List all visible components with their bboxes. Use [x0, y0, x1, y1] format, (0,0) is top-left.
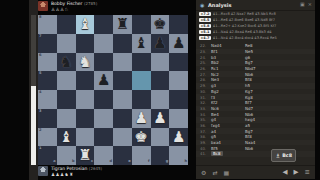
square-h3[interactable]	[169, 109, 188, 128]
piece-black-king[interactable]: ♚	[151, 15, 170, 34]
piece-white-pawn[interactable]: ♟	[151, 109, 170, 128]
toolbar-right-group: ◀▶≡	[283, 169, 310, 176]
square-b1[interactable]: b	[57, 146, 76, 165]
piece-white-rook[interactable]: ♜	[76, 146, 95, 165]
move-number: 37.	[200, 129, 211, 134]
black-move[interactable]: Nbd7	[245, 66, 279, 71]
white-move[interactable]: f3	[211, 95, 245, 100]
coordinate-file-a: a	[53, 160, 55, 164]
toolbar-left-group: ⚙⇄▦	[201, 170, 229, 176]
square-d7[interactable]	[94, 34, 113, 53]
square-e1[interactable]: e	[113, 146, 132, 165]
square-b8[interactable]	[57, 15, 76, 34]
square-c2[interactable]	[76, 128, 95, 147]
coordinate-file-f: f	[148, 160, 150, 164]
coordinate-rank-1: 1	[39, 147, 42, 151]
black-move[interactable]: g6	[245, 55, 279, 60]
square-g2[interactable]	[151, 128, 170, 147]
black-move[interactable]: Nb6	[245, 112, 279, 117]
square-f8[interactable]	[132, 15, 151, 34]
white-move[interactable]: g4	[211, 117, 245, 122]
square-h5[interactable]	[169, 71, 188, 90]
square-a1[interactable]: 1a	[38, 146, 57, 165]
engine-line-5[interactable]: +4.741...Nc4 42.Bxc4 dxc4 43.Rxc4 Re5	[196, 35, 315, 41]
bottom-player-rating: (2645)	[89, 166, 102, 171]
tooltip-label: Bc8	[282, 153, 292, 158]
white-move[interactable]: g3	[211, 83, 245, 88]
square-e8[interactable]: ♜	[113, 15, 132, 34]
prev-move-icon[interactable]: ◀	[283, 169, 288, 176]
square-c4[interactable]	[76, 90, 95, 109]
white-move[interactable]: Kf2	[211, 100, 245, 105]
principal-variation: 41...Re6 42.Bxe6 Bxe6 43.Nd8 Bf7	[213, 18, 312, 22]
bottom-player-name-text: Tigran Petrosian	[51, 166, 87, 171]
square-h8[interactable]	[169, 15, 188, 34]
square-f5[interactable]	[132, 71, 151, 90]
white-move[interactable]: g5	[211, 134, 245, 139]
black-move[interactable]: Bg7	[245, 60, 279, 65]
sidebar-header: ◉ Analysis ▣×	[196, 0, 315, 11]
piece-black-rook[interactable]: ♜	[113, 15, 132, 34]
eval-badge: +5.1	[199, 30, 211, 35]
coordinate-rank-8: 8	[39, 16, 42, 20]
square-b3[interactable]	[57, 109, 76, 128]
move-number: 31.	[200, 95, 211, 100]
square-c6[interactable]: ♞	[76, 53, 95, 72]
square-g3[interactable]: ♟	[151, 109, 170, 128]
square-d3[interactable]	[94, 109, 113, 128]
square-h1[interactable]: h	[169, 146, 188, 165]
evaluation-bar	[31, 15, 36, 165]
move-number: 32.	[200, 100, 211, 105]
square-d8[interactable]	[94, 15, 113, 34]
piece-white-bishop[interactable]: ♝	[57, 128, 76, 147]
chess-board[interactable]: 8♝♜♚7♝♟♟6♞♞5♟43♟♟2♝♚♟1abc♜defgh	[38, 15, 188, 165]
move-number: 35.	[200, 117, 211, 122]
white-move[interactable]: a4	[211, 129, 245, 134]
square-g5[interactable]	[151, 71, 170, 90]
white-move[interactable]: Rc1	[211, 66, 245, 71]
white-move[interactable]: Nc6	[211, 106, 245, 111]
sidebar-toolbar: ⚙⇄▦ ◀▶≡	[196, 165, 315, 179]
square-f1[interactable]: f	[132, 146, 151, 165]
bottom-player-avatar[interactable]	[38, 166, 48, 176]
next-move-icon[interactable]: ▶	[294, 169, 299, 176]
white-move[interactable]: Nxd4	[211, 43, 245, 48]
square-h6[interactable]	[169, 53, 188, 72]
square-b2[interactable]: ♝	[57, 128, 76, 147]
sidebar-header-icons: ▣×	[300, 2, 312, 7]
chess-analysis-app: Bobby Fischer (2785) ♙♙♙♘ 8♝♜♚7♝♟♟6♞♞5♟4…	[0, 0, 320, 180]
move-tooltip: ♗ Bc8	[271, 149, 296, 162]
analysis-icon: ◉	[200, 3, 204, 8]
eval-badge: +7.2	[199, 12, 211, 17]
principal-variation: 41...Rxc8 42.Nxa7 Re8 43.Nb5 Rc8	[213, 12, 312, 16]
move-number: 26.	[200, 66, 211, 71]
piece-white-knight[interactable]: ♞	[76, 53, 95, 72]
evaluation-bar-white-portion	[31, 86, 36, 166]
square-f6[interactable]	[132, 53, 151, 72]
square-c8[interactable]: ♝	[76, 15, 95, 34]
square-g1[interactable]: g	[151, 146, 170, 165]
piece-black-knight[interactable]: ♞	[57, 53, 76, 72]
white-move[interactable]: bxa4	[211, 140, 245, 145]
white-move[interactable]: Ne3	[211, 77, 245, 82]
eval-badge: +5.8	[199, 24, 211, 29]
coordinate-rank-4: 4	[39, 91, 42, 95]
menu-icon[interactable]: ≡	[305, 169, 310, 176]
square-c3[interactable]	[76, 109, 95, 128]
square-h2[interactable]: ♟	[169, 128, 188, 147]
eval-badge: +6.5	[199, 18, 211, 23]
black-move[interactable]: Bf8	[245, 77, 279, 82]
white-move[interactable]: Bc8	[211, 151, 223, 156]
piece-white-pawn[interactable]: ♟	[132, 109, 151, 128]
piece-black-pawn[interactable]: ♟	[151, 34, 170, 53]
square-a8[interactable]: 8	[38, 15, 57, 34]
move-number: 41.	[200, 151, 211, 156]
black-move[interactable]: Nxa4	[245, 140, 279, 145]
move-number: 27.	[200, 72, 211, 77]
top-player-avatar[interactable]	[38, 1, 48, 11]
square-d6[interactable]	[94, 53, 113, 72]
move-number: 22.	[200, 43, 211, 48]
black-move[interactable]: Nb6	[245, 72, 279, 77]
black-move[interactable]: Kg7	[245, 89, 279, 94]
square-a3[interactable]: 3	[38, 109, 57, 128]
bottom-player-name[interactable]: Tigran Petrosian (2645)	[51, 166, 102, 171]
principal-variation: 41...Na4 42.Bxa4 Re6 43.Bb3 d4	[213, 30, 312, 34]
white-move[interactable]: fxg4	[211, 123, 245, 128]
black-move[interactable]: Bf7	[245, 100, 279, 105]
square-h4[interactable]	[169, 90, 188, 109]
white-move[interactable]: Nc2	[211, 72, 245, 77]
piece-black-pawn[interactable]: ♟	[94, 71, 113, 90]
square-g4[interactable]	[151, 90, 170, 109]
principal-variation: 41...Nc4 42.Bxc4 dxc4 43.Rxc4 Re5	[213, 36, 312, 40]
square-a7[interactable]: 7	[38, 34, 57, 53]
top-player-captured-pieces: ♙♙♙♘	[51, 7, 69, 12]
square-g8[interactable]: ♚	[151, 15, 170, 34]
white-move[interactable]: Bf1	[211, 49, 245, 54]
piece-white-king[interactable]: ♚	[132, 128, 151, 147]
coordinate-rank-2: 2	[39, 129, 42, 133]
square-b6[interactable]: ♞	[57, 53, 76, 72]
coordinate-rank-7: 7	[39, 35, 42, 39]
coordinate-rank-3: 3	[39, 110, 42, 114]
analysis-sidebar: ◉ Analysis ▣× +7.241...Rxc8 42.Nxa7 Re8 …	[196, 0, 315, 179]
eval-badge: +4.7	[199, 36, 211, 41]
square-b4[interactable]	[57, 90, 76, 109]
square-e4[interactable]	[113, 90, 132, 109]
square-d1[interactable]: d	[94, 146, 113, 165]
settings-icon[interactable]: ⚙	[201, 170, 206, 176]
engine-lines: +7.241...Rxc8 42.Nxa7 Re8 43.Nb5 Rc8+6.5…	[196, 11, 315, 41]
black-move[interactable]: Bg7	[245, 129, 279, 134]
square-d4[interactable]	[94, 90, 113, 109]
square-f2[interactable]: ♚	[132, 128, 151, 147]
coordinate-rank-6: 6	[39, 54, 42, 58]
move-number: 38.	[200, 134, 211, 139]
bottom-player-bar: Tigran Petrosian (2645) ♟♟♟♞♜	[38, 166, 188, 179]
square-e7[interactable]	[113, 34, 132, 53]
square-h7[interactable]: ♟	[169, 34, 188, 53]
black-move[interactable]: Ne5	[245, 49, 279, 54]
black-move[interactable]: Kg8	[245, 95, 279, 100]
square-c5[interactable]	[76, 71, 95, 90]
top-player-bar: Bobby Fischer (2785) ♙♙♙♘	[38, 1, 188, 14]
black-move[interactable]: Bf8	[245, 134, 279, 139]
move-number: 40.	[200, 146, 211, 151]
square-c7[interactable]	[76, 34, 95, 53]
white-move[interactable]: Be4	[211, 112, 245, 117]
square-g6[interactable]	[151, 53, 170, 72]
square-g7[interactable]: ♟	[151, 34, 170, 53]
move-number: 28.	[200, 77, 211, 82]
black-move[interactable]: h5	[245, 83, 279, 88]
coordinate-rank-5: 5	[39, 72, 42, 76]
square-b7[interactable]	[57, 34, 76, 53]
square-e5[interactable]	[113, 71, 132, 90]
move-number: 29.	[200, 83, 211, 88]
bottom-player-captured-pieces: ♟♟♟♞♜	[51, 172, 74, 177]
square-e6[interactable]	[113, 53, 132, 72]
square-f4[interactable]	[132, 90, 151, 109]
close-icon[interactable]: ×	[308, 2, 312, 7]
move-number: 33.	[200, 106, 211, 111]
move-list: 22.Nxd4Re823.Bf1Ne524.b3g625.Bb2Bg726.Rc…	[196, 43, 315, 157]
piece-white-pawn[interactable]: ♟	[169, 128, 188, 147]
square-a2[interactable]: 2	[38, 128, 57, 147]
square-c1[interactable]: c♜	[76, 146, 95, 165]
top-player-rating: (2785)	[84, 1, 97, 6]
white-move[interactable]: b3	[211, 55, 245, 60]
move-number: 25.	[200, 60, 211, 65]
move-number: 39.	[200, 140, 211, 145]
square-a6[interactable]: 6	[38, 53, 57, 72]
coordinate-file-h: h	[184, 160, 187, 164]
black-move[interactable]: hxg4	[245, 117, 279, 122]
piece-white-bishop[interactable]: ♝	[76, 15, 95, 34]
top-player-name-text: Bobby Fischer	[51, 1, 82, 6]
top-player-name[interactable]: Bobby Fischer (2785)	[51, 1, 97, 6]
move-number: 34.	[200, 112, 211, 117]
tooltip-bishop-icon: ♗	[275, 153, 280, 159]
move-row: 41.Bc8	[196, 151, 315, 157]
square-d5[interactable]: ♟	[94, 71, 113, 90]
square-a5[interactable]: 5	[38, 71, 57, 90]
white-move[interactable]: Bb2	[211, 60, 245, 65]
flip-board-icon[interactable]: ⇄	[212, 170, 217, 176]
square-e3[interactable]	[113, 109, 132, 128]
square-b5[interactable]	[57, 71, 76, 90]
piece-black-bishop[interactable]: ♝	[132, 34, 151, 53]
white-move[interactable]: Bf5	[211, 146, 245, 151]
black-move[interactable]: Re8	[245, 43, 279, 48]
black-move[interactable]: Nd7	[245, 106, 279, 111]
move-number: 23.	[200, 49, 211, 54]
move-number: 24.	[200, 55, 211, 60]
move-number: 30.	[200, 89, 211, 94]
move-number: 36.	[200, 123, 211, 128]
piece-black-pawn[interactable]: ♟	[169, 34, 188, 53]
coordinate-file-g: g	[166, 160, 169, 164]
sidebar-title: Analysis	[208, 2, 231, 8]
square-a4[interactable]: 4	[38, 90, 57, 109]
square-e2[interactable]	[113, 128, 132, 147]
white-move[interactable]: Bg2	[211, 89, 245, 94]
black-move[interactable]: a5	[245, 123, 279, 128]
expand-icon[interactable]: ▣	[300, 2, 305, 7]
square-f3[interactable]: ♟	[132, 109, 151, 128]
principal-variation: 41...Re2+ 42.Kxe2 Bxc6 43.Bf5 Kf7	[213, 24, 312, 28]
coordinate-file-d: d	[109, 160, 112, 164]
layout-icon[interactable]: ▦	[223, 170, 229, 176]
coordinate-file-e: e	[128, 160, 130, 164]
square-d2[interactable]	[94, 128, 113, 147]
coordinate-file-b: b	[72, 160, 75, 164]
square-f7[interactable]: ♝	[132, 34, 151, 53]
